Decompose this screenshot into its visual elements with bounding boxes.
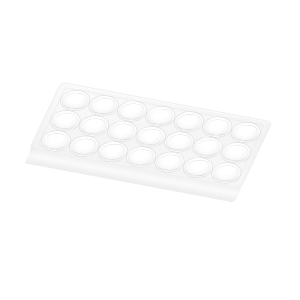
- photo-background: [0, 0, 300, 300]
- pit-grid: [38, 88, 264, 183]
- pit-tray: [29, 82, 273, 189]
